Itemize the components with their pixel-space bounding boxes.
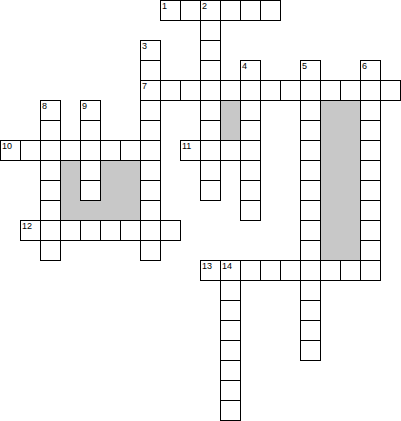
answer-cell[interactable]: 3: [140, 40, 161, 61]
answer-cell[interactable]: [300, 140, 321, 161]
answer-cell[interactable]: [300, 200, 321, 221]
answer-cell[interactable]: [300, 320, 321, 341]
crossword-board: 1234567891011121314: [0, 0, 401, 421]
clue-number: 4: [242, 61, 247, 71]
answer-cell[interactable]: [360, 220, 381, 241]
answer-cell[interactable]: [300, 300, 321, 321]
answer-cell[interactable]: 4: [240, 60, 261, 81]
answer-cell[interactable]: [220, 80, 241, 101]
clue-number: 7: [142, 81, 147, 91]
answer-cell[interactable]: [40, 240, 61, 261]
answer-cell[interactable]: 2: [200, 0, 221, 21]
answer-cell[interactable]: [180, 0, 201, 21]
answer-cell[interactable]: 10: [0, 140, 21, 161]
answer-cell[interactable]: 12: [20, 220, 41, 241]
answer-cell[interactable]: [260, 80, 281, 101]
answer-cell[interactable]: [220, 300, 241, 321]
answer-cell[interactable]: [100, 220, 121, 241]
clue-number: 12: [22, 221, 32, 231]
answer-cell[interactable]: [200, 100, 221, 121]
shaded-filler-cell: [120, 160, 141, 181]
answer-cell[interactable]: [240, 120, 261, 141]
answer-cell[interactable]: [360, 140, 381, 161]
answer-cell[interactable]: [340, 260, 361, 281]
answer-cell[interactable]: [220, 320, 241, 341]
answer-cell[interactable]: [200, 140, 221, 161]
shaded-filler-cell: [80, 200, 101, 221]
answer-cell[interactable]: [280, 260, 301, 281]
answer-cell[interactable]: [360, 100, 381, 121]
shaded-filler-cell: [320, 100, 341, 121]
clue-number: 14: [222, 261, 232, 271]
answer-cell[interactable]: 5: [300, 60, 321, 81]
answer-cell[interactable]: [140, 180, 161, 201]
answer-cell[interactable]: 13: [200, 260, 221, 281]
shaded-filler-cell: [120, 200, 141, 221]
answer-cell[interactable]: [200, 20, 221, 41]
clue-number: 13: [202, 261, 212, 271]
answer-cell[interactable]: [360, 160, 381, 181]
shaded-filler-cell: [340, 100, 361, 121]
answer-cell[interactable]: [320, 260, 341, 281]
answer-cell[interactable]: 8: [40, 100, 61, 121]
answer-cell[interactable]: [240, 140, 261, 161]
answer-cell[interactable]: [120, 140, 141, 161]
shaded-filler-cell: [60, 160, 81, 181]
clue-number: 9: [82, 101, 87, 111]
answer-cell[interactable]: [80, 120, 101, 141]
answer-cell[interactable]: 9: [80, 100, 101, 121]
answer-cell[interactable]: [340, 80, 361, 101]
answer-cell[interactable]: [240, 0, 261, 21]
shaded-filler-cell: [320, 160, 341, 181]
answer-cell[interactable]: [240, 260, 261, 281]
answer-cell[interactable]: [300, 80, 321, 101]
answer-cell[interactable]: [40, 180, 61, 201]
shaded-filler-cell: [340, 120, 361, 141]
shaded-filler-cell: [340, 220, 361, 241]
answer-cell[interactable]: [220, 280, 241, 301]
answer-cell[interactable]: [240, 100, 261, 121]
shaded-filler-cell: [340, 160, 361, 181]
answer-cell[interactable]: [240, 200, 261, 221]
answer-cell[interactable]: [140, 200, 161, 221]
answer-cell[interactable]: 7: [140, 80, 161, 101]
answer-cell[interactable]: [180, 80, 201, 101]
answer-cell[interactable]: [140, 160, 161, 181]
answer-cell[interactable]: [200, 80, 221, 101]
clue-number: 5: [302, 61, 307, 71]
answer-cell[interactable]: [300, 340, 321, 361]
clue-number: 3: [142, 41, 147, 51]
answer-cell[interactable]: [300, 120, 321, 141]
shaded-filler-cell: [320, 120, 341, 141]
answer-cell[interactable]: [280, 80, 301, 101]
answer-cell[interactable]: [220, 360, 241, 381]
answer-cell[interactable]: [320, 80, 341, 101]
answer-cell[interactable]: [220, 140, 241, 161]
answer-cell[interactable]: [300, 280, 321, 301]
answer-cell[interactable]: [40, 160, 61, 181]
answer-cell[interactable]: 14: [220, 260, 241, 281]
clue-number: 1: [162, 1, 167, 11]
answer-cell[interactable]: [300, 100, 321, 121]
answer-cell[interactable]: [40, 220, 61, 241]
answer-cell[interactable]: [300, 160, 321, 181]
answer-cell[interactable]: 11: [180, 140, 201, 161]
answer-cell[interactable]: [300, 180, 321, 201]
answer-cell[interactable]: [160, 220, 181, 241]
shaded-filler-cell: [100, 200, 121, 221]
answer-cell[interactable]: [360, 120, 381, 141]
answer-cell[interactable]: [120, 220, 141, 241]
answer-cell[interactable]: [360, 240, 381, 261]
clue-number: 6: [362, 61, 367, 71]
answer-cell[interactable]: [140, 240, 161, 261]
answer-cell[interactable]: [20, 140, 41, 161]
shaded-filler-cell: [320, 220, 341, 241]
shaded-filler-cell: [320, 180, 341, 201]
answer-cell[interactable]: [240, 160, 261, 181]
answer-cell[interactable]: [60, 220, 81, 241]
answer-cell[interactable]: 6: [360, 60, 381, 81]
answer-cell[interactable]: [200, 120, 221, 141]
shaded-filler-cell: [220, 120, 241, 141]
answer-cell[interactable]: [140, 140, 161, 161]
answer-cell[interactable]: [360, 180, 381, 201]
shaded-filler-cell: [340, 180, 361, 201]
answer-cell[interactable]: [220, 400, 241, 421]
answer-cell[interactable]: [140, 100, 161, 121]
answer-cell[interactable]: [240, 180, 261, 201]
answer-cell[interactable]: [300, 240, 321, 261]
answer-cell[interactable]: [40, 120, 61, 141]
answer-cell[interactable]: [380, 80, 401, 101]
answer-cell[interactable]: [220, 340, 241, 361]
answer-cell[interactable]: [360, 200, 381, 221]
answer-cell[interactable]: [80, 160, 101, 181]
answer-cell[interactable]: [300, 220, 321, 241]
shaded-filler-cell: [60, 200, 81, 221]
answer-cell[interactable]: [220, 380, 241, 401]
answer-cell[interactable]: [80, 180, 101, 201]
answer-cell[interactable]: [40, 200, 61, 221]
answer-cell[interactable]: [200, 40, 221, 61]
clue-number: 10: [2, 141, 12, 151]
answer-cell[interactable]: [80, 220, 101, 241]
shaded-filler-cell: [320, 140, 341, 161]
answer-cell[interactable]: [140, 60, 161, 81]
shaded-filler-cell: [340, 240, 361, 261]
answer-cell[interactable]: [240, 80, 261, 101]
answer-cell[interactable]: [260, 260, 281, 281]
answer-cell[interactable]: [300, 260, 321, 281]
shaded-filler-cell: [100, 160, 121, 181]
answer-cell[interactable]: [200, 180, 221, 201]
shaded-filler-cell: [320, 200, 341, 221]
shaded-filler-cell: [220, 100, 241, 121]
answer-cell[interactable]: [140, 220, 161, 241]
shaded-filler-cell: [60, 180, 81, 201]
shaded-filler-cell: [340, 200, 361, 221]
answer-cell[interactable]: [140, 120, 161, 141]
answer-cell[interactable]: 1: [160, 0, 181, 21]
answer-cell[interactable]: [160, 80, 181, 101]
shaded-filler-cell: [100, 180, 121, 201]
shaded-filler-cell: [340, 140, 361, 161]
answer-cell[interactable]: [80, 140, 101, 161]
answer-cell[interactable]: [200, 160, 221, 181]
clue-number: 8: [42, 101, 47, 111]
clue-number: 2: [202, 1, 207, 11]
answer-cell[interactable]: [100, 140, 121, 161]
answer-cell[interactable]: [40, 140, 61, 161]
answer-cell[interactable]: [60, 140, 81, 161]
answer-cell[interactable]: [360, 260, 381, 281]
answer-cell[interactable]: [200, 60, 221, 81]
clue-number: 11: [182, 141, 191, 151]
shaded-filler-cell: [320, 240, 341, 261]
answer-cell[interactable]: [260, 0, 281, 21]
shaded-filler-cell: [120, 180, 141, 201]
answer-cell[interactable]: [360, 80, 381, 101]
answer-cell[interactable]: [220, 0, 241, 21]
